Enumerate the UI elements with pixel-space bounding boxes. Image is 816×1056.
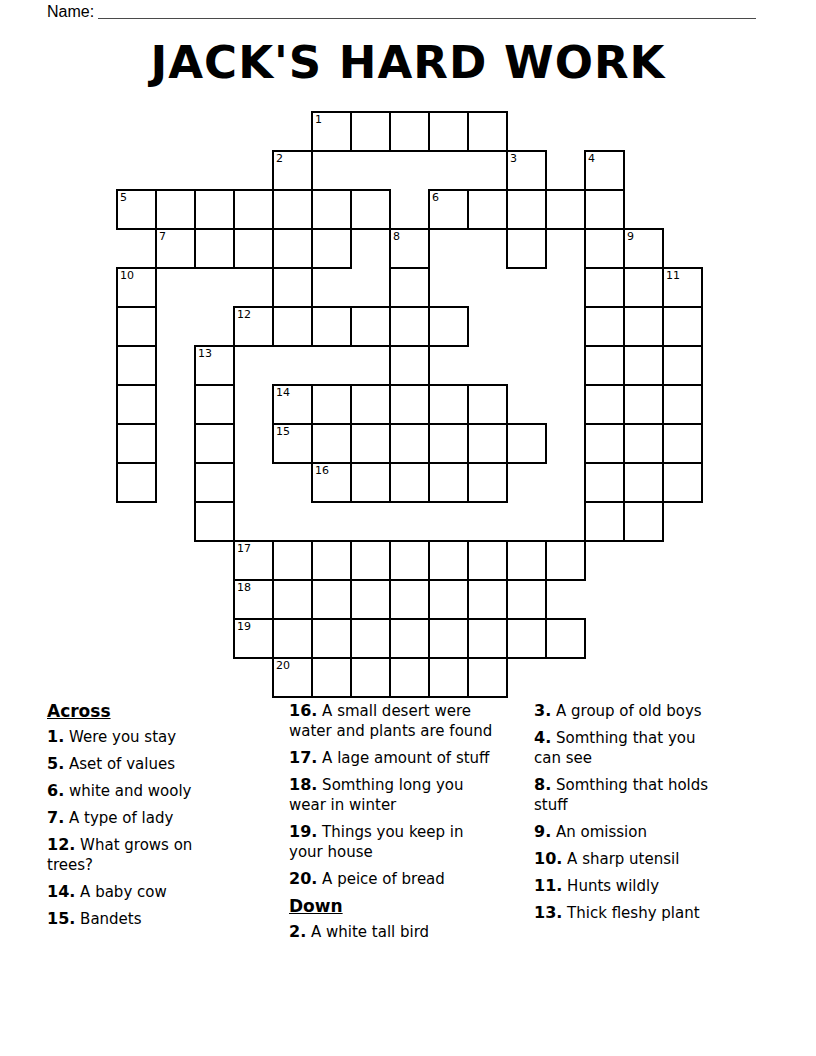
grid-cell-r8c6[interactable]: [350, 423, 391, 464]
grid-cell-r10c13[interactable]: [623, 501, 664, 542]
grid-cell-r12c7[interactable]: [389, 579, 430, 620]
down-heading: Down: [289, 896, 501, 916]
grid-cell-r12c5[interactable]: [311, 579, 352, 620]
clue-1: 1. Were you stay: [47, 727, 219, 747]
grid-cell-r0c8[interactable]: [428, 111, 469, 152]
clue-18: 18. Somthing long you wear in winter: [289, 775, 501, 815]
clue-2: 2. A white tall bird: [289, 922, 501, 942]
clue-number: 9.: [534, 822, 551, 841]
clue-12: 12. What grows on trees?: [47, 835, 219, 875]
clue-number: 14.: [47, 882, 75, 901]
grid-cell-r13c4[interactable]: [272, 618, 313, 659]
grid-cell-r2c1[interactable]: [155, 189, 196, 230]
grid-cell-r14c4[interactable]: 20: [272, 657, 313, 698]
grid-cell-r12c10[interactable]: [506, 579, 547, 620]
grid-cell-r3c2[interactable]: [194, 228, 235, 269]
grid-cell-r9c2[interactable]: [194, 462, 235, 503]
grid-cell-r2c10[interactable]: [506, 189, 547, 230]
grid-cell-r2c12[interactable]: [584, 189, 625, 230]
clue-number: 2.: [289, 922, 306, 941]
cell-number-10: 10: [120, 269, 134, 282]
clue-number: 8.: [534, 775, 551, 794]
grid-cell-r9c9[interactable]: [467, 462, 508, 503]
clue-number: 5.: [47, 754, 64, 773]
clue-5: 5. Aset of values: [47, 754, 219, 774]
grid-cell-r9c12[interactable]: [584, 462, 625, 503]
grid-cell-r2c11[interactable]: [545, 189, 586, 230]
grid-cell-r2c9[interactable]: [467, 189, 508, 230]
clue-number: 19.: [289, 822, 317, 841]
grid-cell-r2c0[interactable]: 5: [116, 189, 157, 230]
clue-19: 19. Things you keep in your house: [289, 822, 501, 862]
grid-cell-r7c5[interactable]: [311, 384, 352, 425]
grid-cell-r4c12[interactable]: [584, 267, 625, 308]
grid-cell-r8c7[interactable]: [389, 423, 430, 464]
grid-cell-r7c9[interactable]: [467, 384, 508, 425]
clue-8: 8. Somthing that holds stuff: [534, 775, 722, 815]
grid-cell-r3c7[interactable]: 8: [389, 228, 430, 269]
cell-number-8: 8: [393, 230, 400, 243]
grid-cell-r0c7[interactable]: [389, 111, 430, 152]
grid-cell-r11c5[interactable]: [311, 540, 352, 581]
cell-number-14: 14: [276, 386, 290, 399]
grid-cell-r8c4[interactable]: 15: [272, 423, 313, 464]
clue-9: 9. An omission: [534, 822, 722, 842]
grid-cell-r1c10[interactable]: 3: [506, 150, 547, 191]
grid-cell-r6c12[interactable]: [584, 345, 625, 386]
grid-cell-r8c14[interactable]: [662, 423, 703, 464]
grid-cell-r1c4[interactable]: 2: [272, 150, 313, 191]
grid-cell-r4c14[interactable]: 11: [662, 267, 703, 308]
grid-cell-r13c7[interactable]: [389, 618, 430, 659]
grid-cell-r11c8[interactable]: [428, 540, 469, 581]
grid-cell-r7c12[interactable]: [584, 384, 625, 425]
grid-cell-r2c4[interactable]: [272, 189, 313, 230]
clue-14: 14. A baby cow: [47, 882, 219, 902]
cell-number-4: 4: [588, 152, 595, 165]
grid-cell-r5c4[interactable]: [272, 306, 313, 347]
clue-number: 18.: [289, 775, 317, 794]
grid-cell-r7c13[interactable]: [623, 384, 664, 425]
grid-cell-r4c7[interactable]: [389, 267, 430, 308]
across-heading: Across: [47, 701, 219, 721]
grid-cell-r13c9[interactable]: [467, 618, 508, 659]
name-input-line[interactable]: [98, 1, 756, 19]
cell-number-3: 3: [510, 152, 517, 165]
grid-cell-r14c7[interactable]: [389, 657, 430, 698]
cell-number-9: 9: [627, 230, 634, 243]
grid-cell-r14c8[interactable]: [428, 657, 469, 698]
grid-cell-r7c14[interactable]: [662, 384, 703, 425]
grid-cell-r2c3[interactable]: [233, 189, 274, 230]
cell-number-7: 7: [159, 230, 166, 243]
grid-cell-r0c6[interactable]: [350, 111, 391, 152]
grid-cell-r5c8[interactable]: [428, 306, 469, 347]
across-down-clues-column: 16. A small desert were water and plants…: [289, 701, 501, 949]
clue-13: 13. Thick fleshy plant: [534, 903, 722, 923]
grid-cell-r8c12[interactable]: [584, 423, 625, 464]
clue-11: 11. Hunts wildly: [534, 876, 722, 896]
grid-cell-r13c11[interactable]: [545, 618, 586, 659]
puzzle-title: JACK'S HARD WORK: [0, 36, 816, 89]
grid-cell-r11c3[interactable]: 17: [233, 540, 274, 581]
cell-number-17: 17: [237, 542, 251, 555]
grid-cell-r14c5[interactable]: [311, 657, 352, 698]
grid-cell-r4c13[interactable]: [623, 267, 664, 308]
grid-cell-r14c6[interactable]: [350, 657, 391, 698]
grid-cell-r9c5[interactable]: 16: [311, 462, 352, 503]
grid-cell-r11c9[interactable]: [467, 540, 508, 581]
cell-number-13: 13: [198, 347, 212, 360]
grid-cell-r12c3[interactable]: 18: [233, 579, 274, 620]
grid-cell-r11c6[interactable]: [350, 540, 391, 581]
grid-cell-r11c7[interactable]: [389, 540, 430, 581]
grid-cell-r12c8[interactable]: [428, 579, 469, 620]
clue-15: 15. Bandets: [47, 909, 219, 929]
grid-cell-r4c0[interactable]: 10: [116, 267, 157, 308]
grid-cell-r6c7[interactable]: [389, 345, 430, 386]
grid-cell-r9c6[interactable]: [350, 462, 391, 503]
grid-cell-r2c5[interactable]: [311, 189, 352, 230]
cell-number-5: 5: [120, 191, 127, 204]
grid-cell-r4c4[interactable]: [272, 267, 313, 308]
clue-number: 4.: [534, 728, 551, 747]
grid-cell-r5c5[interactable]: [311, 306, 352, 347]
grid-cell-r3c4[interactable]: [272, 228, 313, 269]
grid-cell-r7c7[interactable]: [389, 384, 430, 425]
clue-10: 10. A sharp utensil: [534, 849, 722, 869]
grid-cell-r3c5[interactable]: [311, 228, 352, 269]
name-label: Name:: [47, 3, 94, 21]
cell-number-19: 19: [237, 620, 251, 633]
grid-cell-r12c6[interactable]: [350, 579, 391, 620]
grid-cell-r13c5[interactable]: [311, 618, 352, 659]
grid-cell-r10c12[interactable]: [584, 501, 625, 542]
grid-cell-r5c7[interactable]: [389, 306, 430, 347]
grid-cell-r12c9[interactable]: [467, 579, 508, 620]
grid-cell-r13c3[interactable]: 19: [233, 618, 274, 659]
clue-number: 6.: [47, 781, 64, 800]
grid-cell-r0c5[interactable]: 1: [311, 111, 352, 152]
grid-cell-r13c6[interactable]: [350, 618, 391, 659]
grid-cell-r11c4[interactable]: [272, 540, 313, 581]
grid-cell-r14c9[interactable]: [467, 657, 508, 698]
clue-4: 4. Somthing that you can see: [534, 728, 722, 768]
grid-cell-r6c2[interactable]: 13: [194, 345, 235, 386]
clue-number: 17.: [289, 748, 317, 767]
grid-cell-r3c3[interactable]: [233, 228, 274, 269]
grid-cell-r0c9[interactable]: [467, 111, 508, 152]
clue-7: 7. A type of lady: [47, 808, 219, 828]
crossword-grid: 1234567891011121314151617181920: [117, 112, 702, 697]
grid-cell-r7c2[interactable]: [194, 384, 235, 425]
cell-number-6: 6: [432, 191, 439, 204]
grid-cell-r13c8[interactable]: [428, 618, 469, 659]
grid-cell-r10c2[interactable]: [194, 501, 235, 542]
clue-3: 3. A group of old boys: [534, 701, 722, 721]
grid-cell-r7c8[interactable]: [428, 384, 469, 425]
clue-number: 12.: [47, 835, 75, 854]
grid-cell-r2c2[interactable]: [194, 189, 235, 230]
grid-cell-r7c6[interactable]: [350, 384, 391, 425]
grid-cell-r9c7[interactable]: [389, 462, 430, 503]
grid-cell-r5c13[interactable]: [623, 306, 664, 347]
across-clues-column: Across1. Were you stay5. Aset of values6…: [47, 701, 219, 936]
clue-17: 17. A lage amount of stuff: [289, 748, 501, 768]
clue-number: 10.: [534, 849, 562, 868]
grid-cell-r3c13[interactable]: 9: [623, 228, 664, 269]
grid-cell-r13c10[interactable]: [506, 618, 547, 659]
clue-number: 15.: [47, 909, 75, 928]
grid-cell-r6c14[interactable]: [662, 345, 703, 386]
grid-cell-r1c12[interactable]: 4: [584, 150, 625, 191]
grid-cell-r5c14[interactable]: [662, 306, 703, 347]
grid-cell-r8c9[interactable]: [467, 423, 508, 464]
cell-number-12: 12: [237, 308, 251, 321]
grid-cell-r3c10[interactable]: [506, 228, 547, 269]
clue-number: 11.: [534, 876, 562, 895]
grid-cell-r8c8[interactable]: [428, 423, 469, 464]
grid-cell-r6c0[interactable]: [116, 345, 157, 386]
worksheet-page: Name: JACK'S HARD WORK 12345678910111213…: [0, 0, 816, 1056]
cell-number-2: 2: [276, 152, 283, 165]
clue-16: 16. A small desert were water and plants…: [289, 701, 501, 741]
grid-cell-r5c0[interactable]: [116, 306, 157, 347]
cell-number-16: 16: [315, 464, 329, 477]
grid-cell-r2c6[interactable]: [350, 189, 391, 230]
grid-cell-r9c14[interactable]: [662, 462, 703, 503]
cell-number-15: 15: [276, 425, 290, 438]
clue-20: 20. A peice of bread: [289, 869, 501, 889]
grid-cell-r5c6[interactable]: [350, 306, 391, 347]
clue-number: 7.: [47, 808, 64, 827]
grid-cell-r6c13[interactable]: [623, 345, 664, 386]
clue-number: 16.: [289, 701, 317, 720]
grid-cell-r8c0[interactable]: [116, 423, 157, 464]
grid-cell-r5c12[interactable]: [584, 306, 625, 347]
cell-number-20: 20: [276, 659, 290, 672]
grid-cell-r7c4[interactable]: 14: [272, 384, 313, 425]
grid-cell-r9c13[interactable]: [623, 462, 664, 503]
clue-number: 1.: [47, 727, 64, 746]
grid-cell-r12c4[interactable]: [272, 579, 313, 620]
grid-cell-r3c1[interactable]: 7: [155, 228, 196, 269]
grid-cell-r9c0[interactable]: [116, 462, 157, 503]
clue-6: 6. white and wooly: [47, 781, 219, 801]
grid-cell-r9c8[interactable]: [428, 462, 469, 503]
clue-number: 20.: [289, 869, 317, 888]
grid-cell-r2c8[interactable]: 6: [428, 189, 469, 230]
grid-cell-r7c0[interactable]: [116, 384, 157, 425]
cell-number-1: 1: [315, 113, 322, 126]
grid-cell-r8c5[interactable]: [311, 423, 352, 464]
grid-cell-r8c2[interactable]: [194, 423, 235, 464]
grid-cell-r5c3[interactable]: 12: [233, 306, 274, 347]
grid-cell-r3c12[interactable]: [584, 228, 625, 269]
clue-number: 3.: [534, 701, 551, 720]
cell-number-11: 11: [666, 269, 680, 282]
clue-number: 13.: [534, 903, 562, 922]
grid-cell-r11c11[interactable]: [545, 540, 586, 581]
cell-number-18: 18: [237, 581, 251, 594]
grid-cell-r11c10[interactable]: [506, 540, 547, 581]
down-clues-column: 3. A group of old boys4. Somthing that y…: [534, 701, 722, 930]
grid-cell-r8c13[interactable]: [623, 423, 664, 464]
grid-cell-r8c10[interactable]: [506, 423, 547, 464]
